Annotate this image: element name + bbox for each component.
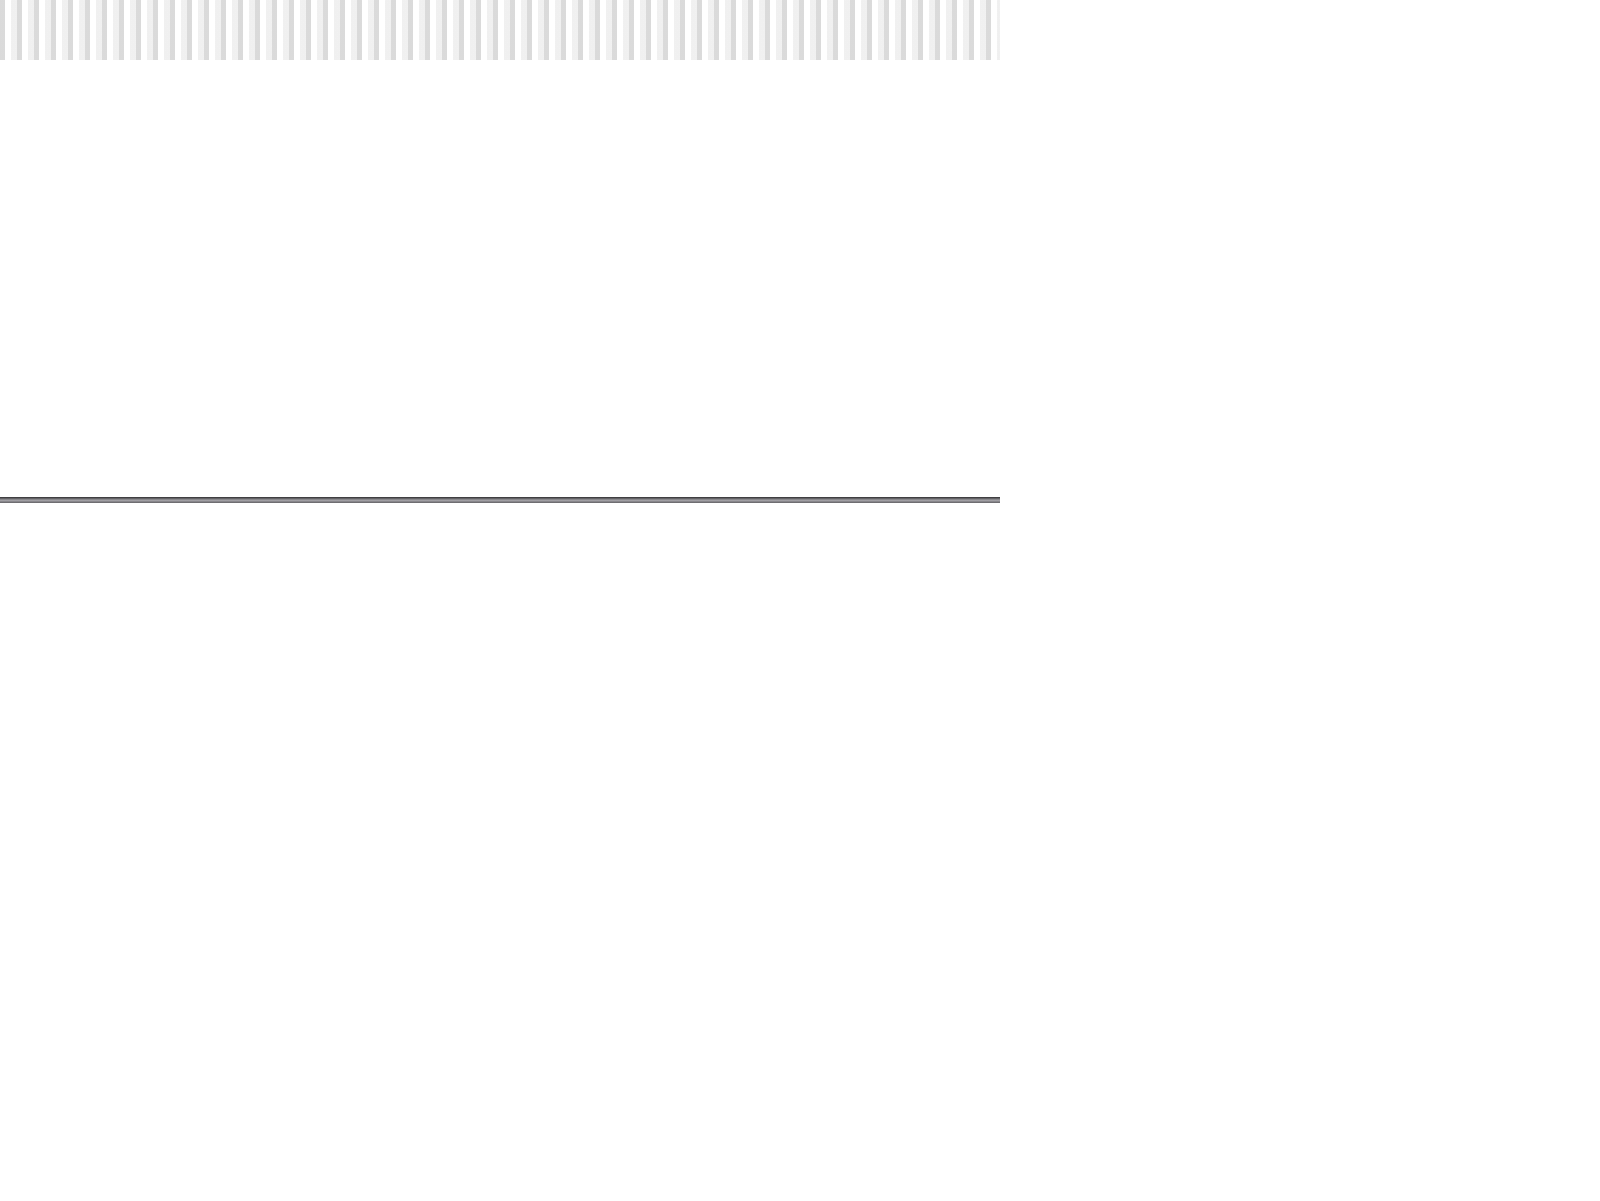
pieces-layer bbox=[0, 0, 1600, 1201]
chess-set-photo-scene bbox=[0, 0, 1600, 1201]
